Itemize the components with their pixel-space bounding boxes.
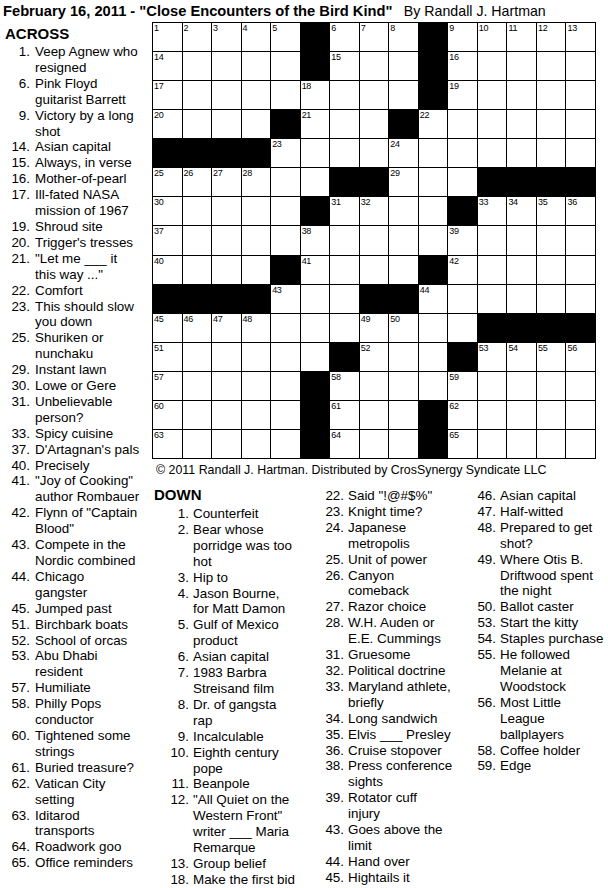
grid-cell[interactable] <box>183 430 212 458</box>
grid-cell[interactable]: 25 <box>153 168 182 196</box>
block-cell <box>212 139 241 167</box>
clue-text: Iditarod transports <box>35 808 95 840</box>
clue-item: 55.He followed Melanie at Woodstock <box>466 647 608 695</box>
grid-cell[interactable] <box>301 343 330 371</box>
grid-cell[interactable] <box>507 430 536 458</box>
clue-item: 6.Pink Floyd guitarist Barrett <box>5 76 153 108</box>
grid-cell[interactable] <box>183 110 212 138</box>
grid-cell[interactable] <box>537 285 566 313</box>
clue-item: 46.Asian capital <box>466 488 608 504</box>
cell-number: 50 <box>390 314 399 324</box>
cell-number: 26 <box>184 168 193 178</box>
grid-cell[interactable]: 56 <box>566 343 595 371</box>
grid-cell[interactable]: 6 <box>330 23 359 51</box>
grid-cell[interactable] <box>360 52 389 80</box>
grid-cell[interactable] <box>360 430 389 458</box>
block-cell <box>183 139 212 167</box>
grid-cell[interactable]: 60 <box>153 401 182 429</box>
grid-cell[interactable]: 49 <box>360 314 389 342</box>
grid-cell[interactable] <box>242 110 271 138</box>
grid-cell[interactable]: 23 <box>271 139 300 167</box>
clue-text: Dr. of gangsta rap <box>193 697 276 729</box>
grid-cell[interactable] <box>448 314 477 342</box>
block-cell <box>183 285 212 313</box>
grid-cell[interactable]: 42 <box>448 256 477 284</box>
grid-cell[interactable] <box>478 110 507 138</box>
grid-cell[interactable] <box>271 197 300 225</box>
grid-cell[interactable]: 39 <box>448 226 477 254</box>
clue-item: 1.Veep Agnew who resigned <box>5 44 153 76</box>
clue-text: Shroud site <box>35 219 103 235</box>
clue-item: 63.Iditarod transports <box>5 808 153 840</box>
grid-cell[interactable] <box>242 81 271 109</box>
grid-cell[interactable] <box>183 372 212 400</box>
clue-item: 17.Ill-fated NASA mission of 1967 <box>5 187 153 219</box>
cell-number: 5 <box>272 23 277 33</box>
grid-cell[interactable] <box>330 81 359 109</box>
grid-cell[interactable]: 16 <box>448 52 477 80</box>
grid-cell[interactable] <box>389 401 418 429</box>
grid-cell[interactable] <box>478 256 507 284</box>
grid-cell[interactable] <box>271 430 300 458</box>
grid-cell[interactable] <box>389 256 418 284</box>
clue-item: 65.Office reminders <box>5 855 153 871</box>
grid-cell[interactable]: 3 <box>212 23 241 51</box>
grid-cell[interactable] <box>212 430 241 458</box>
grid-cell[interactable] <box>389 52 418 80</box>
grid-cell[interactable] <box>212 110 241 138</box>
grid-cell[interactable] <box>507 372 536 400</box>
grid-cell[interactable]: 57 <box>153 372 182 400</box>
clue-number: 65. <box>5 855 30 871</box>
grid-cell[interactable]: 8 <box>389 23 418 51</box>
grid-cell[interactable] <box>212 401 241 429</box>
grid-cell[interactable] <box>212 343 241 371</box>
grid-cell[interactable] <box>537 401 566 429</box>
clue-text: Half-witted <box>500 504 563 520</box>
grid-cell[interactable]: 18 <box>301 81 330 109</box>
cell-number: 7 <box>361 23 366 33</box>
grid-cell[interactable]: 28 <box>242 168 271 196</box>
grid-cell[interactable] <box>507 256 536 284</box>
grid-cell[interactable]: 19 <box>448 81 477 109</box>
grid-cell[interactable] <box>507 81 536 109</box>
clue-text: Maryland athlete, briefly <box>348 679 451 711</box>
clue-text: Gruesome <box>348 647 411 663</box>
clue-number: 21. <box>5 251 30 267</box>
clue-item: 19.Shroud site <box>5 219 153 235</box>
grid-cell[interactable] <box>330 110 359 138</box>
clue-number: 31. <box>5 394 30 410</box>
grid-cell[interactable] <box>183 343 212 371</box>
grid-cell[interactable] <box>448 110 477 138</box>
grid-cell[interactable] <box>478 81 507 109</box>
clue-item: 14.Asian capital <box>5 139 153 155</box>
clue-text: Precisely <box>35 458 89 474</box>
clue-number: 46. <box>466 488 496 504</box>
grid-cell[interactable]: 5 <box>271 23 300 51</box>
grid-cell[interactable] <box>301 314 330 342</box>
cell-number: 20 <box>154 110 163 120</box>
block-cell <box>153 285 182 313</box>
grid-cell[interactable] <box>330 139 359 167</box>
grid-cell[interactable] <box>537 430 566 458</box>
clue-item: 26.Canyon comeback <box>312 568 464 600</box>
grid-cell[interactable] <box>507 110 536 138</box>
grid-cell[interactable] <box>183 81 212 109</box>
grid-cell[interactable]: 33 <box>478 197 507 225</box>
grid-cell[interactable] <box>566 52 595 80</box>
clue-item: 45.Jumped past <box>5 601 153 617</box>
clue-item: 21."Let me ___ it this way ..." <box>5 251 153 283</box>
clue-number: 13. <box>154 856 189 872</box>
grid-cell[interactable]: 48 <box>242 314 271 342</box>
grid-cell[interactable] <box>242 226 271 254</box>
grid-cell[interactable] <box>537 256 566 284</box>
clue-item: 22.Said "!@#$%" <box>312 488 464 504</box>
clue-item: 22.Comfort <box>5 283 153 299</box>
grid-cell[interactable] <box>330 314 359 342</box>
cell-number: 24 <box>390 139 399 149</box>
grid-cell[interactable] <box>242 256 271 284</box>
clue-item: 2.Bear whose porridge was too hot <box>154 522 310 570</box>
grid-cell[interactable] <box>537 139 566 167</box>
grid-cell[interactable]: 54 <box>507 343 536 371</box>
grid-cell[interactable] <box>360 110 389 138</box>
grid-cell[interactable] <box>212 197 241 225</box>
grid-cell[interactable]: 45 <box>153 314 182 342</box>
clue-number: 43. <box>312 822 344 838</box>
grid-cell[interactable] <box>389 343 418 371</box>
grid-cell[interactable]: 22 <box>419 110 448 138</box>
grid-cell[interactable] <box>360 81 389 109</box>
grid-cell[interactable] <box>566 81 595 109</box>
grid-cell[interactable]: 43 <box>271 285 300 313</box>
grid-cell[interactable]: 64 <box>330 430 359 458</box>
grid-cell[interactable] <box>212 256 241 284</box>
grid-cell[interactable] <box>537 226 566 254</box>
grid-cell[interactable]: 58 <box>330 372 359 400</box>
grid-cell[interactable] <box>507 139 536 167</box>
clue-text: Start the kitty <box>500 615 578 631</box>
grid-cell[interactable]: 20 <box>153 110 182 138</box>
grid-cell[interactable]: 4 <box>242 23 271 51</box>
grid-cell[interactable] <box>271 343 300 371</box>
grid-cell[interactable] <box>507 285 536 313</box>
cell-number: 27 <box>213 168 222 178</box>
grid-cell[interactable] <box>271 81 300 109</box>
grid-cell[interactable] <box>242 372 271 400</box>
block-cell <box>448 343 477 371</box>
cell-number: 17 <box>154 81 163 91</box>
grid-cell[interactable] <box>360 256 389 284</box>
grid-cell[interactable]: 24 <box>389 139 418 167</box>
clue-text: "Let me ___ it this way ..." <box>35 251 117 283</box>
grid-cell[interactable]: 31 <box>330 197 359 225</box>
grid-cell[interactable] <box>271 372 300 400</box>
clue-text: Hand over <box>348 854 410 870</box>
grid-cell[interactable]: 7 <box>360 23 389 51</box>
block-cell <box>301 401 330 429</box>
down-clue-list-col2: 22.Said "!@#$%"23.Knight time?24.Japanes… <box>312 488 464 886</box>
grid-cell[interactable]: 38 <box>301 226 330 254</box>
grid-cell[interactable] <box>478 139 507 167</box>
grid-cell[interactable]: 52 <box>360 343 389 371</box>
cell-number: 53 <box>479 343 488 353</box>
grid-cell[interactable] <box>242 197 271 225</box>
cell-number: 15 <box>331 52 340 62</box>
block-cell <box>419 401 448 429</box>
grid-cell[interactable] <box>419 372 448 400</box>
clue-item: 15.Always, in verse <box>5 155 153 171</box>
grid-cell[interactable] <box>212 226 241 254</box>
clue-text: Always, in verse <box>35 155 132 171</box>
grid-cell[interactable]: 36 <box>566 197 595 225</box>
clue-text: Vatican City setting <box>35 776 105 808</box>
clue-number: 33. <box>5 426 30 442</box>
clue-item: 3.Hip to <box>154 570 310 586</box>
block-cell <box>419 23 448 51</box>
cell-number: 43 <box>272 285 281 295</box>
grid-cell[interactable] <box>507 226 536 254</box>
grid-cell[interactable] <box>566 256 595 284</box>
grid-cell[interactable] <box>242 430 271 458</box>
cell-number: 22 <box>420 110 429 120</box>
clue-number: 42. <box>5 505 30 521</box>
cell-number: 1 <box>154 23 159 33</box>
cell-number: 45 <box>154 314 163 324</box>
clue-text: Make the first bid <box>193 872 295 888</box>
grid-cell[interactable]: 53 <box>478 343 507 371</box>
grid-cell[interactable]: 55 <box>537 343 566 371</box>
grid-cell[interactable] <box>419 168 448 196</box>
grid-cell[interactable] <box>330 226 359 254</box>
grid-cell[interactable] <box>271 168 300 196</box>
grid-cell[interactable] <box>566 285 595 313</box>
clue-number: 30. <box>5 378 30 394</box>
clue-text: Political doctrine <box>348 663 446 679</box>
across-header: ACROSS <box>5 26 153 42</box>
clue-number: 31. <box>312 647 344 663</box>
grid-cell[interactable]: 50 <box>389 314 418 342</box>
grid-cell[interactable]: 35 <box>537 197 566 225</box>
clue-item: 31.Unbelievable person? <box>5 394 153 426</box>
grid-cell[interactable] <box>183 256 212 284</box>
clue-item: 9.Incalculable <box>154 729 310 745</box>
grid-cell[interactable] <box>537 81 566 109</box>
grid-cell[interactable] <box>566 139 595 167</box>
grid-cell[interactable]: 32 <box>360 197 389 225</box>
clue-item: 47.Half-witted <box>466 504 608 520</box>
grid-cell[interactable] <box>212 52 241 80</box>
grid-cell[interactable] <box>448 285 477 313</box>
grid-cell[interactable]: 21 <box>301 110 330 138</box>
block-cell <box>537 168 566 196</box>
grid-cell[interactable] <box>389 430 418 458</box>
grid-cell[interactable] <box>183 401 212 429</box>
grid-cell[interactable] <box>419 314 448 342</box>
grid-cell[interactable] <box>478 285 507 313</box>
clue-number: 40. <box>5 458 30 474</box>
grid-cell[interactable]: 14 <box>153 52 182 80</box>
grid-cell[interactable] <box>301 168 330 196</box>
grid-cell[interactable] <box>478 52 507 80</box>
grid-cell[interactable] <box>271 401 300 429</box>
clue-text: Ballot caster <box>500 599 574 615</box>
grid-cell[interactable] <box>478 430 507 458</box>
grid-cell[interactable] <box>478 226 507 254</box>
clue-number: 9. <box>154 729 189 745</box>
grid-cell[interactable] <box>566 110 595 138</box>
grid-cell[interactable]: 2 <box>183 23 212 51</box>
clue-item: 39.Rotator cuff injury <box>312 790 464 822</box>
grid-cell[interactable] <box>183 197 212 225</box>
puzzle-byline: By Randall J. Hartman <box>404 3 546 19</box>
grid-cell[interactable] <box>271 52 300 80</box>
block-cell <box>360 168 389 196</box>
grid-cell[interactable] <box>301 139 330 167</box>
clue-number: 33. <box>312 679 344 695</box>
grid-cell[interactable] <box>360 139 389 167</box>
clue-text: Flynn of "Captain Blood" <box>35 505 137 537</box>
grid-cell[interactable]: 29 <box>389 168 418 196</box>
cell-number: 46 <box>184 314 193 324</box>
grid-cell[interactable] <box>537 110 566 138</box>
grid-cell[interactable]: 12 <box>537 23 566 51</box>
grid-cell[interactable]: 34 <box>507 197 536 225</box>
grid-cell[interactable] <box>566 401 595 429</box>
grid-cell[interactable] <box>330 285 359 313</box>
grid-cell[interactable] <box>507 52 536 80</box>
grid-cell[interactable] <box>389 226 418 254</box>
block-cell <box>537 314 566 342</box>
clue-number: 14. <box>5 139 30 155</box>
clue-item: 54.Staples purchase <box>466 631 608 647</box>
grid-cell[interactable] <box>389 197 418 225</box>
grid-cell[interactable]: 47 <box>212 314 241 342</box>
grid-cell[interactable]: 51 <box>153 343 182 371</box>
grid-cell[interactable] <box>271 226 300 254</box>
grid-cell[interactable]: 59 <box>448 372 477 400</box>
grid-cell[interactable] <box>389 372 418 400</box>
grid-cell[interactable] <box>212 372 241 400</box>
grid-cell[interactable]: 61 <box>330 401 359 429</box>
grid-cell[interactable]: 37 <box>153 226 182 254</box>
clue-text: Hightails it <box>348 870 410 886</box>
grid-cell[interactable] <box>419 343 448 371</box>
grid-cell[interactable] <box>566 430 595 458</box>
grid-cell[interactable] <box>242 343 271 371</box>
clue-item: 58.Philly Pops conductor <box>5 696 153 728</box>
clue-number: 19. <box>5 219 30 235</box>
grid-cell[interactable] <box>183 226 212 254</box>
clue-item: 23.This should slow you down <box>5 299 153 331</box>
grid-cell[interactable] <box>330 256 359 284</box>
grid-cell[interactable]: 15 <box>330 52 359 80</box>
grid-cell[interactable] <box>242 401 271 429</box>
grid-cell[interactable]: 1 <box>153 23 182 51</box>
grid-cell[interactable] <box>419 197 448 225</box>
grid-cell[interactable]: 44 <box>419 285 448 313</box>
clue-number: 15. <box>5 155 30 171</box>
grid-cell[interactable]: 65 <box>448 430 477 458</box>
clue-item: 24.Japanese metropolis <box>312 520 464 552</box>
grid-cell[interactable] <box>242 52 271 80</box>
block-cell <box>507 314 536 342</box>
cell-number: 62 <box>449 401 458 411</box>
grid-cell[interactable]: 46 <box>183 314 212 342</box>
grid-cell[interactable] <box>212 81 241 109</box>
clue-number: 41. <box>5 473 30 489</box>
grid-cell[interactable] <box>360 226 389 254</box>
grid-cell[interactable]: 63 <box>153 430 182 458</box>
grid-cell[interactable]: 9 <box>448 23 477 51</box>
grid-cell[interactable]: 41 <box>301 256 330 284</box>
grid-cell[interactable]: 11 <box>507 23 536 51</box>
grid-cell[interactable] <box>389 81 418 109</box>
grid-cell[interactable] <box>301 285 330 313</box>
grid-cell[interactable] <box>507 401 536 429</box>
clue-item: 37.D'Artagnan's pals <box>5 442 153 458</box>
grid-cell[interactable]: 30 <box>153 197 182 225</box>
grid-cell[interactable] <box>271 314 300 342</box>
grid-cell[interactable] <box>419 139 448 167</box>
clue-item: 9.Victory by a long shot <box>5 108 153 140</box>
clue-number: 53. <box>5 648 30 664</box>
grid-cell[interactable] <box>566 226 595 254</box>
grid-cell[interactable]: 62 <box>448 401 477 429</box>
grid-cell[interactable]: 26 <box>183 168 212 196</box>
grid-cell[interactable] <box>537 372 566 400</box>
grid-cell[interactable] <box>360 401 389 429</box>
grid-cell[interactable] <box>448 168 477 196</box>
clue-text: Hip to <box>193 570 228 586</box>
clue-number: 24. <box>312 520 344 536</box>
clue-item: 50.Ballot caster <box>466 599 608 615</box>
clue-item: 59.Edge <box>466 758 608 774</box>
clue-text: Asian capital <box>193 649 269 665</box>
grid-cell[interactable] <box>419 226 448 254</box>
grid-cell[interactable]: 13 <box>566 23 595 51</box>
clue-text: Roadwork goo <box>35 839 121 855</box>
clue-number: 25. <box>312 552 344 568</box>
grid-cell[interactable] <box>183 52 212 80</box>
cell-number: 9 <box>449 23 454 33</box>
grid-cell[interactable] <box>566 372 595 400</box>
block-cell <box>478 168 507 196</box>
clue-text: Unbelievable person? <box>35 394 112 426</box>
grid-cell[interactable]: 10 <box>478 23 507 51</box>
grid-cell[interactable]: 40 <box>153 256 182 284</box>
cell-number: 31 <box>331 197 340 207</box>
grid-cell[interactable] <box>478 372 507 400</box>
grid-cell[interactable]: 17 <box>153 81 182 109</box>
clue-text: Buried treasure? <box>35 760 134 776</box>
block-cell <box>271 256 300 284</box>
clue-item: 53.Start the kitty <box>466 615 608 631</box>
clue-item: 41."Joy of Cooking" author Rombauer <box>5 473 153 505</box>
grid-cell[interactable] <box>537 52 566 80</box>
clue-number: 10. <box>154 745 189 761</box>
grid-cell[interactable]: 27 <box>212 168 241 196</box>
grid-cell[interactable] <box>448 139 477 167</box>
clue-item: 58.Coffee holder <box>466 743 608 759</box>
cell-number: 65 <box>449 430 458 440</box>
cell-number: 37 <box>154 226 163 236</box>
clue-number: 29. <box>5 362 30 378</box>
grid-cell[interactable] <box>360 372 389 400</box>
grid-cell[interactable] <box>478 401 507 429</box>
